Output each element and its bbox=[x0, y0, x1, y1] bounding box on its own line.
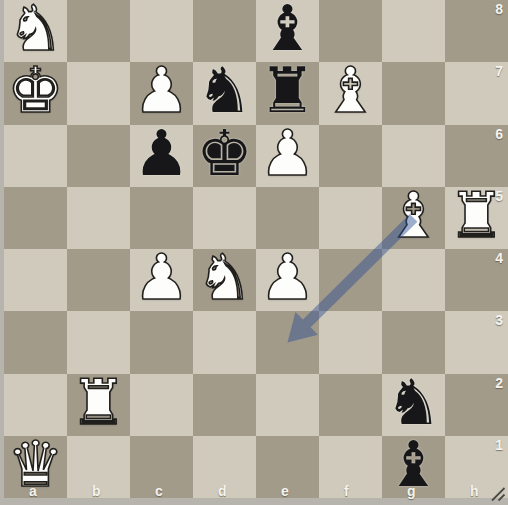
square-a3[interactable] bbox=[4, 311, 67, 373]
black-knight[interactable]: ♞ bbox=[385, 372, 441, 434]
square-f8[interactable] bbox=[319, 0, 382, 62]
square-f2[interactable] bbox=[319, 374, 382, 436]
square-a8[interactable]: ♞ bbox=[4, 0, 67, 62]
square-a1[interactable]: ♛ bbox=[4, 436, 67, 498]
white-queen[interactable]: ♛ bbox=[7, 434, 63, 496]
square-g1[interactable]: ♝ bbox=[382, 436, 445, 498]
square-d8[interactable] bbox=[193, 0, 256, 62]
square-b3[interactable] bbox=[67, 311, 130, 373]
square-h3[interactable] bbox=[445, 311, 508, 373]
white-pawn[interactable]: ♟ bbox=[259, 123, 315, 185]
square-f6[interactable] bbox=[319, 125, 382, 187]
square-b6[interactable] bbox=[67, 125, 130, 187]
square-b7[interactable] bbox=[67, 62, 130, 124]
square-h7[interactable] bbox=[445, 62, 508, 124]
white-knight[interactable]: ♞ bbox=[7, 0, 63, 60]
resize-handle-icon[interactable] bbox=[491, 487, 506, 502]
square-c5[interactable] bbox=[130, 187, 193, 249]
square-c6[interactable]: ♟ bbox=[130, 125, 193, 187]
black-bishop[interactable]: ♝ bbox=[385, 434, 441, 496]
square-e5[interactable] bbox=[256, 187, 319, 249]
black-knight[interactable]: ♞ bbox=[196, 60, 252, 122]
square-d5[interactable] bbox=[193, 187, 256, 249]
square-a4[interactable] bbox=[4, 249, 67, 311]
square-a5[interactable] bbox=[4, 187, 67, 249]
square-h4[interactable] bbox=[445, 249, 508, 311]
square-d3[interactable] bbox=[193, 311, 256, 373]
square-c2[interactable] bbox=[130, 374, 193, 436]
white-pawn[interactable]: ♟ bbox=[259, 247, 315, 309]
white-bishop[interactable]: ♝ bbox=[322, 60, 378, 122]
square-c7[interactable]: ♟ bbox=[130, 62, 193, 124]
square-c8[interactable] bbox=[130, 0, 193, 62]
white-king[interactable]: ♚ bbox=[7, 60, 63, 122]
square-c4[interactable]: ♟ bbox=[130, 249, 193, 311]
square-e6[interactable]: ♟ bbox=[256, 125, 319, 187]
square-e3[interactable] bbox=[256, 311, 319, 373]
square-g6[interactable] bbox=[382, 125, 445, 187]
white-rook[interactable]: ♜ bbox=[448, 185, 504, 247]
square-h2[interactable] bbox=[445, 374, 508, 436]
square-c1[interactable] bbox=[130, 436, 193, 498]
square-g7[interactable] bbox=[382, 62, 445, 124]
white-knight[interactable]: ♞ bbox=[196, 247, 252, 309]
square-f4[interactable] bbox=[319, 249, 382, 311]
square-g2[interactable]: ♞ bbox=[382, 374, 445, 436]
square-a6[interactable] bbox=[4, 125, 67, 187]
white-pawn[interactable]: ♟ bbox=[133, 247, 189, 309]
black-bishop[interactable]: ♝ bbox=[259, 0, 315, 60]
square-h8[interactable] bbox=[445, 0, 508, 62]
white-pawn[interactable]: ♟ bbox=[133, 60, 189, 122]
black-rook[interactable]: ♜ bbox=[259, 60, 315, 122]
square-e2[interactable] bbox=[256, 374, 319, 436]
square-d7[interactable]: ♞ bbox=[193, 62, 256, 124]
square-b5[interactable] bbox=[67, 187, 130, 249]
square-f3[interactable] bbox=[319, 311, 382, 373]
square-d1[interactable] bbox=[193, 436, 256, 498]
square-d6[interactable]: ♚ bbox=[193, 125, 256, 187]
square-e4[interactable]: ♟ bbox=[256, 249, 319, 311]
chess-board: ♞♝♚♟♞♜♝♟♚♟♝♜♟♞♟♜♞♛♝ bbox=[4, 0, 508, 498]
square-f1[interactable] bbox=[319, 436, 382, 498]
square-d2[interactable] bbox=[193, 374, 256, 436]
square-g4[interactable] bbox=[382, 249, 445, 311]
square-b8[interactable] bbox=[67, 0, 130, 62]
square-e8[interactable]: ♝ bbox=[256, 0, 319, 62]
white-bishop[interactable]: ♝ bbox=[385, 185, 441, 247]
square-f7[interactable]: ♝ bbox=[319, 62, 382, 124]
white-rook[interactable]: ♜ bbox=[70, 372, 126, 434]
square-b4[interactable] bbox=[67, 249, 130, 311]
square-a7[interactable]: ♚ bbox=[4, 62, 67, 124]
square-g3[interactable] bbox=[382, 311, 445, 373]
square-h6[interactable] bbox=[445, 125, 508, 187]
square-b2[interactable]: ♜ bbox=[67, 374, 130, 436]
square-a2[interactable] bbox=[4, 374, 67, 436]
square-d4[interactable]: ♞ bbox=[193, 249, 256, 311]
black-king[interactable]: ♚ bbox=[196, 123, 252, 185]
square-h5[interactable]: ♜ bbox=[445, 187, 508, 249]
square-b1[interactable] bbox=[67, 436, 130, 498]
square-e1[interactable] bbox=[256, 436, 319, 498]
black-pawn[interactable]: ♟ bbox=[133, 123, 189, 185]
page: ♞♝♚♟♞♜♝♟♚♟♝♜♟♞♟♜♞♛♝ 87654321abcdefgh bbox=[0, 0, 508, 505]
square-g8[interactable] bbox=[382, 0, 445, 62]
square-g5[interactable]: ♝ bbox=[382, 187, 445, 249]
square-c3[interactable] bbox=[130, 311, 193, 373]
square-f5[interactable] bbox=[319, 187, 382, 249]
square-e7[interactable]: ♜ bbox=[256, 62, 319, 124]
